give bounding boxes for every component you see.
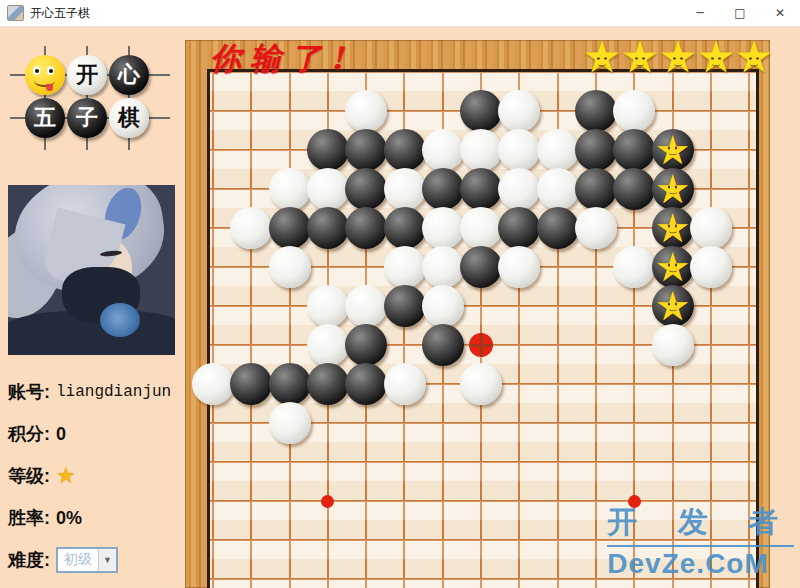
stone-black: [307, 363, 349, 405]
stone-white: [384, 168, 426, 210]
app-icon: [7, 5, 24, 21]
stone-white: [537, 129, 579, 171]
stone-black: [575, 168, 617, 210]
stone-black: [307, 129, 349, 171]
stone-black-winning: ★: [652, 246, 694, 288]
difficulty-select[interactable]: 初级 ▼: [56, 547, 118, 573]
stone-black: [422, 168, 464, 210]
watermark-line1: 开 发 者: [607, 502, 794, 547]
maximize-button[interactable]: □: [720, 0, 760, 26]
window-controls: ─ □ ✕: [680, 0, 800, 26]
difficulty-row: 难度: 初级 ▼: [8, 546, 188, 574]
stone-white: [269, 402, 311, 444]
reward-stars: ★★★★★: [581, 34, 781, 80]
account-label: 账号:: [8, 380, 50, 404]
stone-black: [345, 207, 387, 249]
avatar: [8, 185, 175, 355]
logo-stone-wu: 五: [25, 98, 65, 138]
close-button[interactable]: ✕: [760, 0, 800, 26]
stone-black: [384, 285, 426, 327]
account-row: 账号: liangdianjun: [8, 378, 188, 406]
stone-white: [307, 324, 349, 366]
stone-black-winning: ★: [652, 285, 694, 327]
center-marker: [469, 333, 493, 357]
winrate-label: 胜率:: [8, 506, 50, 530]
title-bar: 开心五子棋 ─ □ ✕: [0, 0, 800, 27]
stone-white: [537, 168, 579, 210]
stone-white: [384, 246, 426, 288]
logo-stone-kai: 开: [67, 55, 107, 95]
stone-black: [269, 207, 311, 249]
star-point: [321, 495, 334, 508]
stone-black: [384, 129, 426, 171]
reward-star-icon: ★: [619, 34, 661, 80]
stone-white: [460, 363, 502, 405]
stone-white: [422, 207, 464, 249]
app-window: 开心五子棋 ─ □ ✕ 开 心 五 子 棋 账号: liangdianjun: [0, 0, 800, 588]
stone-white: [690, 207, 732, 249]
stone-white: [269, 246, 311, 288]
stone-white: [307, 285, 349, 327]
stone-white: [384, 363, 426, 405]
stone-black: [307, 207, 349, 249]
stone-white: [345, 285, 387, 327]
stone-white: [498, 129, 540, 171]
watermark-line2: DevZe.CoM: [607, 548, 794, 580]
minimize-button[interactable]: ─: [680, 0, 720, 26]
stone-black: [269, 363, 311, 405]
stone-black: [460, 168, 502, 210]
stone-black: [345, 129, 387, 171]
level-label: 等级:: [8, 464, 50, 488]
logo-stone-qi: 棋: [109, 98, 149, 138]
account-value: liangdianjun: [56, 383, 171, 401]
stone-black: [422, 324, 464, 366]
watermark: 开 发 者 DevZe.CoM: [607, 502, 794, 580]
stone-white: [690, 246, 732, 288]
stone-white: [192, 363, 234, 405]
stone-black: [575, 129, 617, 171]
stone-black-winning: ★: [652, 168, 694, 210]
stone-black: [345, 168, 387, 210]
stone-white: [422, 129, 464, 171]
winrate-value: 0%: [56, 508, 82, 529]
result-banner: 你输了!: [210, 38, 353, 80]
stone-black: [613, 129, 655, 171]
logo-stone-xin: 心: [109, 55, 149, 95]
stone-white: [652, 324, 694, 366]
stone-black: [613, 168, 655, 210]
stone-white: [422, 246, 464, 288]
stone-white: [345, 90, 387, 132]
stone-black-winning: ★: [652, 207, 694, 249]
winrate-row: 胜率: 0%: [8, 504, 188, 532]
smiley-stone-icon: [25, 55, 65, 95]
app-logo: 开 心 五 子 棋: [24, 54, 156, 142]
stone-black: [384, 207, 426, 249]
chevron-down-icon[interactable]: ▼: [98, 549, 116, 571]
stone-black: [345, 363, 387, 405]
score-label: 积分:: [8, 422, 50, 446]
stone-white: [613, 246, 655, 288]
stone-white: [460, 129, 502, 171]
score-value: 0: [56, 424, 66, 445]
stone-white: [460, 207, 502, 249]
reward-star-icon: ★: [695, 34, 737, 80]
player-info: 账号: liangdianjun 积分: 0 等级: ★ 胜率: 0% 难度: …: [8, 378, 188, 588]
stone-black: [537, 207, 579, 249]
stone-black: [575, 90, 617, 132]
reward-star-icon: ★: [733, 34, 775, 80]
reward-star-icon: ★: [657, 34, 699, 80]
stone-white: [498, 90, 540, 132]
stone-white: [422, 285, 464, 327]
stone-white: [498, 168, 540, 210]
stone-white: [307, 168, 349, 210]
reward-star-icon: ★: [581, 34, 623, 80]
stone-black: [460, 246, 502, 288]
score-row: 积分: 0: [8, 420, 188, 448]
stone-black: [345, 324, 387, 366]
stone-black-winning: ★: [652, 129, 694, 171]
level-star-icon: ★: [56, 463, 76, 489]
difficulty-value: 初级: [58, 549, 98, 571]
window-title: 开心五子棋: [30, 5, 90, 22]
stone-white: [269, 168, 311, 210]
stone-black: [230, 363, 272, 405]
stone-white: [613, 90, 655, 132]
stone-white: [230, 207, 272, 249]
level-row: 等级: ★: [8, 462, 188, 490]
stone-black: [498, 207, 540, 249]
logo-stone-zi: 子: [67, 98, 107, 138]
difficulty-label: 难度:: [8, 548, 50, 572]
stone-white: [575, 207, 617, 249]
stone-black: [460, 90, 502, 132]
stone-white: [498, 246, 540, 288]
